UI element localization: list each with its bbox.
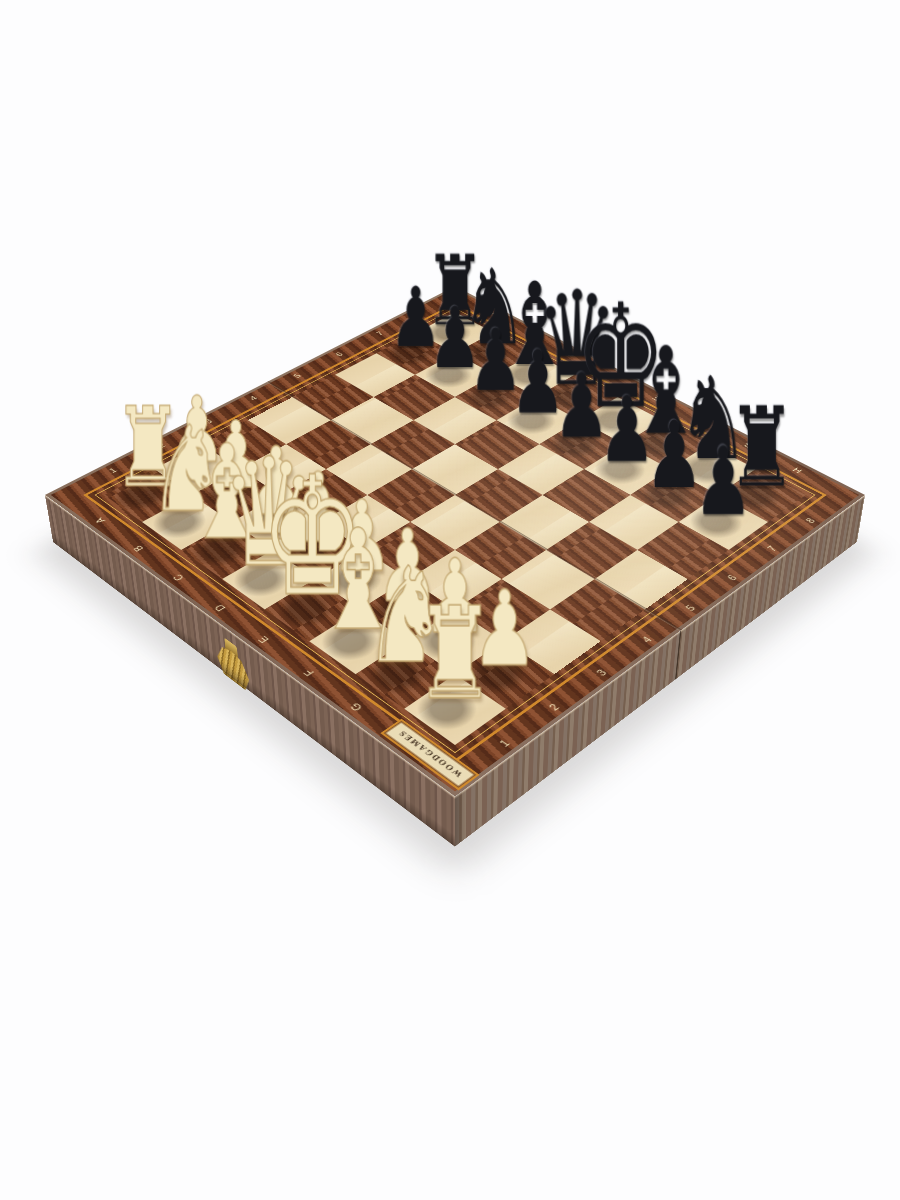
chess-board: AABBCCDDEEFFGGHH8877665544332211 ♜♞♝♛♚♝♞…	[45, 286, 865, 797]
board-3d-space: AABBCCDDEEFFGGHH8877665544332211 ♜♞♝♛♚♝♞…	[45, 286, 865, 797]
box-fold-seam	[675, 630, 681, 680]
